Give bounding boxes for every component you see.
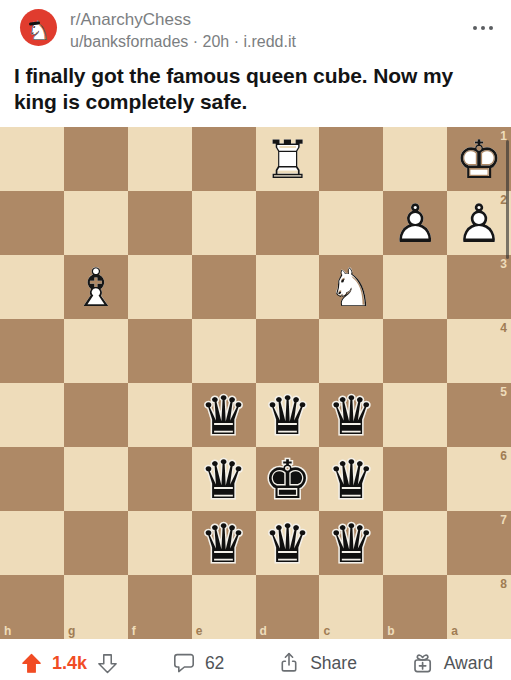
file-label-g: g [68, 625, 75, 637]
square-g6 [64, 447, 128, 511]
square-d5: ♛♛ [256, 383, 320, 447]
black-queen: ♛♛ [192, 383, 256, 447]
square-g8: g [64, 575, 128, 639]
scroll-indicator[interactable] [506, 140, 509, 259]
square-d3 [256, 255, 320, 319]
square-a5: 5 [447, 383, 511, 447]
square-c7: ♛♛ [319, 511, 383, 575]
black-queen: ♛♛ [319, 447, 383, 511]
square-e6: ♛♛ [192, 447, 256, 511]
comment-count: 62 [205, 653, 224, 674]
square-b3 [383, 255, 447, 319]
rank-label-3: 3 [500, 258, 507, 270]
square-c8: c [319, 575, 383, 639]
post-title: I finally got the famous queen cube. Now… [0, 52, 511, 127]
square-h8: h [0, 575, 64, 639]
square-a6: 6 [447, 447, 511, 511]
downvote-arrow-icon [96, 652, 119, 675]
square-g3: ♝♗ [64, 255, 128, 319]
square-a2: ♟♙2 [447, 191, 511, 255]
black-queen: ♛♛ [256, 383, 320, 447]
white-rook: ♜♖ [256, 127, 320, 191]
square-f1 [128, 127, 192, 191]
square-f8: f [128, 575, 192, 639]
square-d2 [256, 191, 320, 255]
square-g2 [64, 191, 128, 255]
action-bar: 1.4k 62 Share [0, 639, 511, 680]
square-h3 [0, 255, 64, 319]
downvote-button[interactable] [96, 652, 119, 675]
square-c6: ♛♛ [319, 447, 383, 511]
black-king: ♚♚ [256, 447, 320, 511]
square-e4 [192, 319, 256, 383]
post-byline[interactable]: u/banksfornades · 20h · i.redd.it [70, 32, 296, 52]
square-h1 [0, 127, 64, 191]
rank-label-4: 4 [500, 322, 507, 334]
file-label-a: a [451, 625, 458, 637]
square-b5 [383, 383, 447, 447]
black-queen: ♛♛ [319, 383, 383, 447]
reddit-post: ♞ ♘ r/AnarchyChess u/banksfornades · 20h… [0, 0, 511, 680]
black-queen: ♛♛ [256, 511, 320, 575]
square-b4 [383, 319, 447, 383]
dot-icon [481, 26, 485, 30]
square-c2 [319, 191, 383, 255]
square-h6 [0, 447, 64, 511]
post-header: ♞ ♘ r/AnarchyChess u/banksfornades · 20h… [0, 0, 511, 52]
square-h7 [0, 511, 64, 575]
file-label-d: d [260, 625, 267, 637]
rank-label-5: 5 [500, 386, 507, 398]
share-icon [277, 651, 301, 675]
square-h2 [0, 191, 64, 255]
square-f5 [128, 383, 192, 447]
square-g7 [64, 511, 128, 575]
square-b6 [383, 447, 447, 511]
dot-icon [489, 26, 493, 30]
upvote-count: 1.4k [52, 653, 87, 674]
comment-bubble-icon [172, 651, 196, 675]
award-label: Award [444, 653, 493, 674]
upvote-arrow-icon [20, 652, 43, 675]
square-e1 [192, 127, 256, 191]
square-e2 [192, 191, 256, 255]
knight-logo-outline-icon: ♘ [20, 12, 57, 46]
square-c1 [319, 127, 383, 191]
rank-label-8: 8 [500, 578, 507, 590]
square-c5: ♛♛ [319, 383, 383, 447]
square-a8: 8a [447, 575, 511, 639]
black-queen: ♛♛ [192, 511, 256, 575]
white-bishop: ♝♗ [64, 255, 128, 319]
square-d6: ♚♚ [256, 447, 320, 511]
square-f4 [128, 319, 192, 383]
square-f7 [128, 511, 192, 575]
square-g1 [64, 127, 128, 191]
white-pawn: ♟♙ [383, 191, 447, 255]
square-b8: b [383, 575, 447, 639]
square-d1: ♜♖ [256, 127, 320, 191]
comments-button[interactable]: 62 [172, 651, 224, 675]
square-h4 [0, 319, 64, 383]
square-e7: ♛♛ [192, 511, 256, 575]
square-f2 [128, 191, 192, 255]
file-label-e: e [196, 625, 203, 637]
subreddit-name[interactable]: r/AnarchyChess [70, 10, 296, 30]
rank-label-7: 7 [500, 514, 507, 526]
square-f3 [128, 255, 192, 319]
chess-board: ♜♖♚♔1♟♙♟♙2♝♗♞♘34♛♛♛♛♛♛5♛♛♚♚♛♛6♛♛♛♛♛♛7hgf… [0, 127, 511, 639]
square-b7 [383, 511, 447, 575]
file-label-c: c [323, 625, 330, 637]
award-button[interactable]: Award [410, 651, 493, 676]
vote-group: 1.4k [20, 652, 119, 675]
post-meta: r/AnarchyChess u/banksfornades · 20h · i… [70, 9, 296, 52]
square-c3: ♞♘ [319, 255, 383, 319]
square-e5: ♛♛ [192, 383, 256, 447]
file-label-f: f [132, 625, 136, 637]
file-label-b: b [387, 625, 394, 637]
file-label-h: h [4, 625, 11, 637]
square-a1: ♚♔1 [447, 127, 511, 191]
post-image[interactable]: ♜♖♚♔1♟♙♟♙2♝♗♞♘34♛♛♛♛♛♛5♛♛♚♚♛♛6♛♛♛♛♛♛7hgf… [0, 127, 511, 639]
square-d4 [256, 319, 320, 383]
square-c4 [319, 319, 383, 383]
square-a3: 3 [447, 255, 511, 319]
square-e3 [192, 255, 256, 319]
upvote-button[interactable] [20, 652, 43, 675]
rank-label-6: 6 [500, 450, 507, 462]
square-b1 [383, 127, 447, 191]
share-label: Share [310, 653, 357, 674]
black-queen: ♛♛ [192, 447, 256, 511]
black-queen: ♛♛ [319, 511, 383, 575]
subreddit-avatar[interactable]: ♞ ♘ [20, 9, 57, 46]
square-g5 [64, 383, 128, 447]
award-gift-icon [410, 651, 435, 676]
square-b2: ♟♙ [383, 191, 447, 255]
square-d8: d [256, 575, 320, 639]
dot-icon [473, 26, 477, 30]
square-d7: ♛♛ [256, 511, 320, 575]
square-a7: 7 [447, 511, 511, 575]
overflow-menu-button[interactable] [471, 9, 495, 46]
square-e8: e [192, 575, 256, 639]
square-a4: 4 [447, 319, 511, 383]
square-h5 [0, 383, 64, 447]
square-g4 [64, 319, 128, 383]
share-button[interactable]: Share [277, 651, 357, 675]
white-knight: ♞♘ [319, 255, 383, 319]
square-f6 [128, 447, 192, 511]
